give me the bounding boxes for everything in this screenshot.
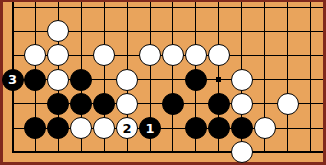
grid-line-vertical (287, 2, 288, 153)
black-stone (24, 69, 46, 91)
black-stone (70, 93, 92, 115)
black-stone (162, 93, 184, 115)
white-stone (208, 44, 230, 66)
grid-line-vertical (310, 2, 311, 153)
white-stone (47, 69, 69, 91)
black-stone (231, 117, 253, 139)
white-stone (231, 93, 253, 115)
black-stone (185, 69, 207, 91)
grid-line-horizontal (12, 151, 324, 153)
white-stone (116, 69, 138, 91)
white-stone (277, 93, 299, 115)
white-stone (231, 141, 253, 163)
black-stone (185, 117, 207, 139)
grid-line-vertical (172, 2, 173, 153)
white-stone (93, 117, 115, 139)
move-number-label: 1 (139, 117, 161, 139)
star-point (216, 77, 221, 82)
black-stone (70, 69, 92, 91)
black-stone (93, 93, 115, 115)
white-stone (254, 117, 276, 139)
white-stone (231, 69, 253, 91)
black-stone (208, 117, 230, 139)
black-stone (208, 93, 230, 115)
move-number-label: 3 (2, 69, 24, 91)
white-stone (116, 93, 138, 115)
move-number-label: 2 (116, 117, 138, 139)
go-board: 123 (0, 0, 326, 165)
grid-line-horizontal (12, 7, 324, 8)
black-stone (47, 93, 69, 115)
